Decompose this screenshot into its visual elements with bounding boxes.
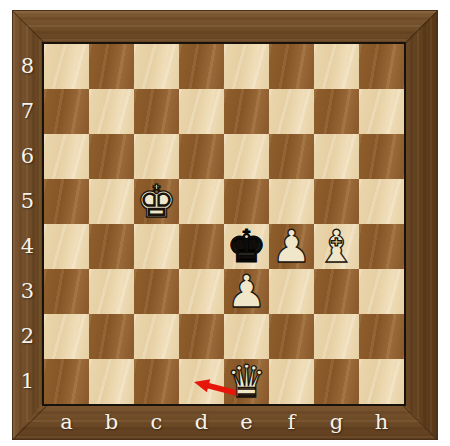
file-label-a: a: [44, 408, 89, 439]
square-h4[interactable]: [359, 224, 404, 269]
square-d5[interactable]: [179, 179, 224, 224]
square-e2[interactable]: [224, 314, 269, 359]
file-label-b: b: [89, 408, 134, 439]
file-label-g: g: [314, 408, 359, 439]
chessboard-screenshot: 87654321 abcdefgh ♚♚♟♝♟♛: [0, 0, 450, 446]
file-label-e: e: [224, 408, 269, 439]
square-c1[interactable]: [134, 359, 179, 404]
square-h5[interactable]: [359, 179, 404, 224]
square-e1[interactable]: ♛: [224, 359, 269, 404]
rank-label-5: 5: [13, 179, 42, 224]
square-b2[interactable]: [89, 314, 134, 359]
square-f8[interactable]: [269, 44, 314, 89]
square-g7[interactable]: [314, 89, 359, 134]
square-b8[interactable]: [89, 44, 134, 89]
square-f7[interactable]: [269, 89, 314, 134]
square-d3[interactable]: [179, 269, 224, 314]
rank-label-4: 4: [13, 224, 42, 269]
square-g5[interactable]: [314, 179, 359, 224]
square-f4[interactable]: ♟: [269, 224, 314, 269]
square-a4[interactable]: [44, 224, 89, 269]
square-c8[interactable]: [134, 44, 179, 89]
square-f5[interactable]: [269, 179, 314, 224]
square-c7[interactable]: [134, 89, 179, 134]
piece-white-king-c5[interactable]: ♚: [136, 179, 176, 224]
square-a7[interactable]: [44, 89, 89, 134]
rank-label-7: 7: [13, 89, 42, 134]
square-a3[interactable]: [44, 269, 89, 314]
frame-top: [13, 11, 437, 42]
square-c6[interactable]: [134, 134, 179, 179]
square-h8[interactable]: [359, 44, 404, 89]
square-c2[interactable]: [134, 314, 179, 359]
square-g1[interactable]: [314, 359, 359, 404]
piece-white-pawn-f4[interactable]: ♟: [271, 224, 311, 269]
square-f6[interactable]: [269, 134, 314, 179]
square-b5[interactable]: [89, 179, 134, 224]
square-a5[interactable]: [44, 179, 89, 224]
square-e5[interactable]: [224, 179, 269, 224]
square-b1[interactable]: [89, 359, 134, 404]
square-e6[interactable]: [224, 134, 269, 179]
square-a6[interactable]: [44, 134, 89, 179]
file-label-h: h: [359, 408, 404, 439]
square-e8[interactable]: [224, 44, 269, 89]
square-g4[interactable]: ♝: [314, 224, 359, 269]
square-d2[interactable]: [179, 314, 224, 359]
square-h1[interactable]: [359, 359, 404, 404]
square-f1[interactable]: [269, 359, 314, 404]
square-d8[interactable]: [179, 44, 224, 89]
square-d6[interactable]: [179, 134, 224, 179]
square-h7[interactable]: [359, 89, 404, 134]
file-label-d: d: [179, 408, 224, 439]
frame-right: [404, 11, 437, 439]
rank-labels: 87654321: [13, 44, 42, 404]
rank-label-8: 8: [13, 44, 42, 89]
square-d7[interactable]: [179, 89, 224, 134]
square-c5[interactable]: ♚: [134, 179, 179, 224]
file-labels: abcdefgh: [44, 408, 404, 439]
rank-label-2: 2: [13, 314, 42, 359]
square-a2[interactable]: [44, 314, 89, 359]
piece-black-king-e4[interactable]: ♚: [226, 224, 266, 269]
rank-label-3: 3: [13, 269, 42, 314]
board-grid: ♚♚♟♝♟♛: [42, 42, 406, 406]
file-label-f: f: [269, 408, 314, 439]
square-c4[interactable]: [134, 224, 179, 269]
square-b3[interactable]: [89, 269, 134, 314]
square-e4[interactable]: ♚: [224, 224, 269, 269]
square-d1[interactable]: [179, 359, 224, 404]
square-g3[interactable]: [314, 269, 359, 314]
file-label-c: c: [134, 408, 179, 439]
piece-white-pawn-e3[interactable]: ♟: [226, 269, 266, 314]
square-b6[interactable]: [89, 134, 134, 179]
square-h6[interactable]: [359, 134, 404, 179]
rank-label-1: 1: [13, 359, 42, 404]
square-f3[interactable]: [269, 269, 314, 314]
square-d4[interactable]: [179, 224, 224, 269]
square-h2[interactable]: [359, 314, 404, 359]
square-b7[interactable]: [89, 89, 134, 134]
square-g6[interactable]: [314, 134, 359, 179]
square-a1[interactable]: [44, 359, 89, 404]
piece-white-queen-e1[interactable]: ♛: [226, 359, 266, 404]
square-c3[interactable]: [134, 269, 179, 314]
square-h3[interactable]: [359, 269, 404, 314]
piece-white-bishop-g4[interactable]: ♝: [316, 224, 356, 269]
square-b4[interactable]: [89, 224, 134, 269]
square-g2[interactable]: [314, 314, 359, 359]
square-g8[interactable]: [314, 44, 359, 89]
square-e7[interactable]: [224, 89, 269, 134]
rank-label-6: 6: [13, 134, 42, 179]
square-f2[interactable]: [269, 314, 314, 359]
square-e3[interactable]: ♟: [224, 269, 269, 314]
board-frame: 87654321 abcdefgh ♚♚♟♝♟♛: [12, 10, 438, 440]
square-a8[interactable]: [44, 44, 89, 89]
